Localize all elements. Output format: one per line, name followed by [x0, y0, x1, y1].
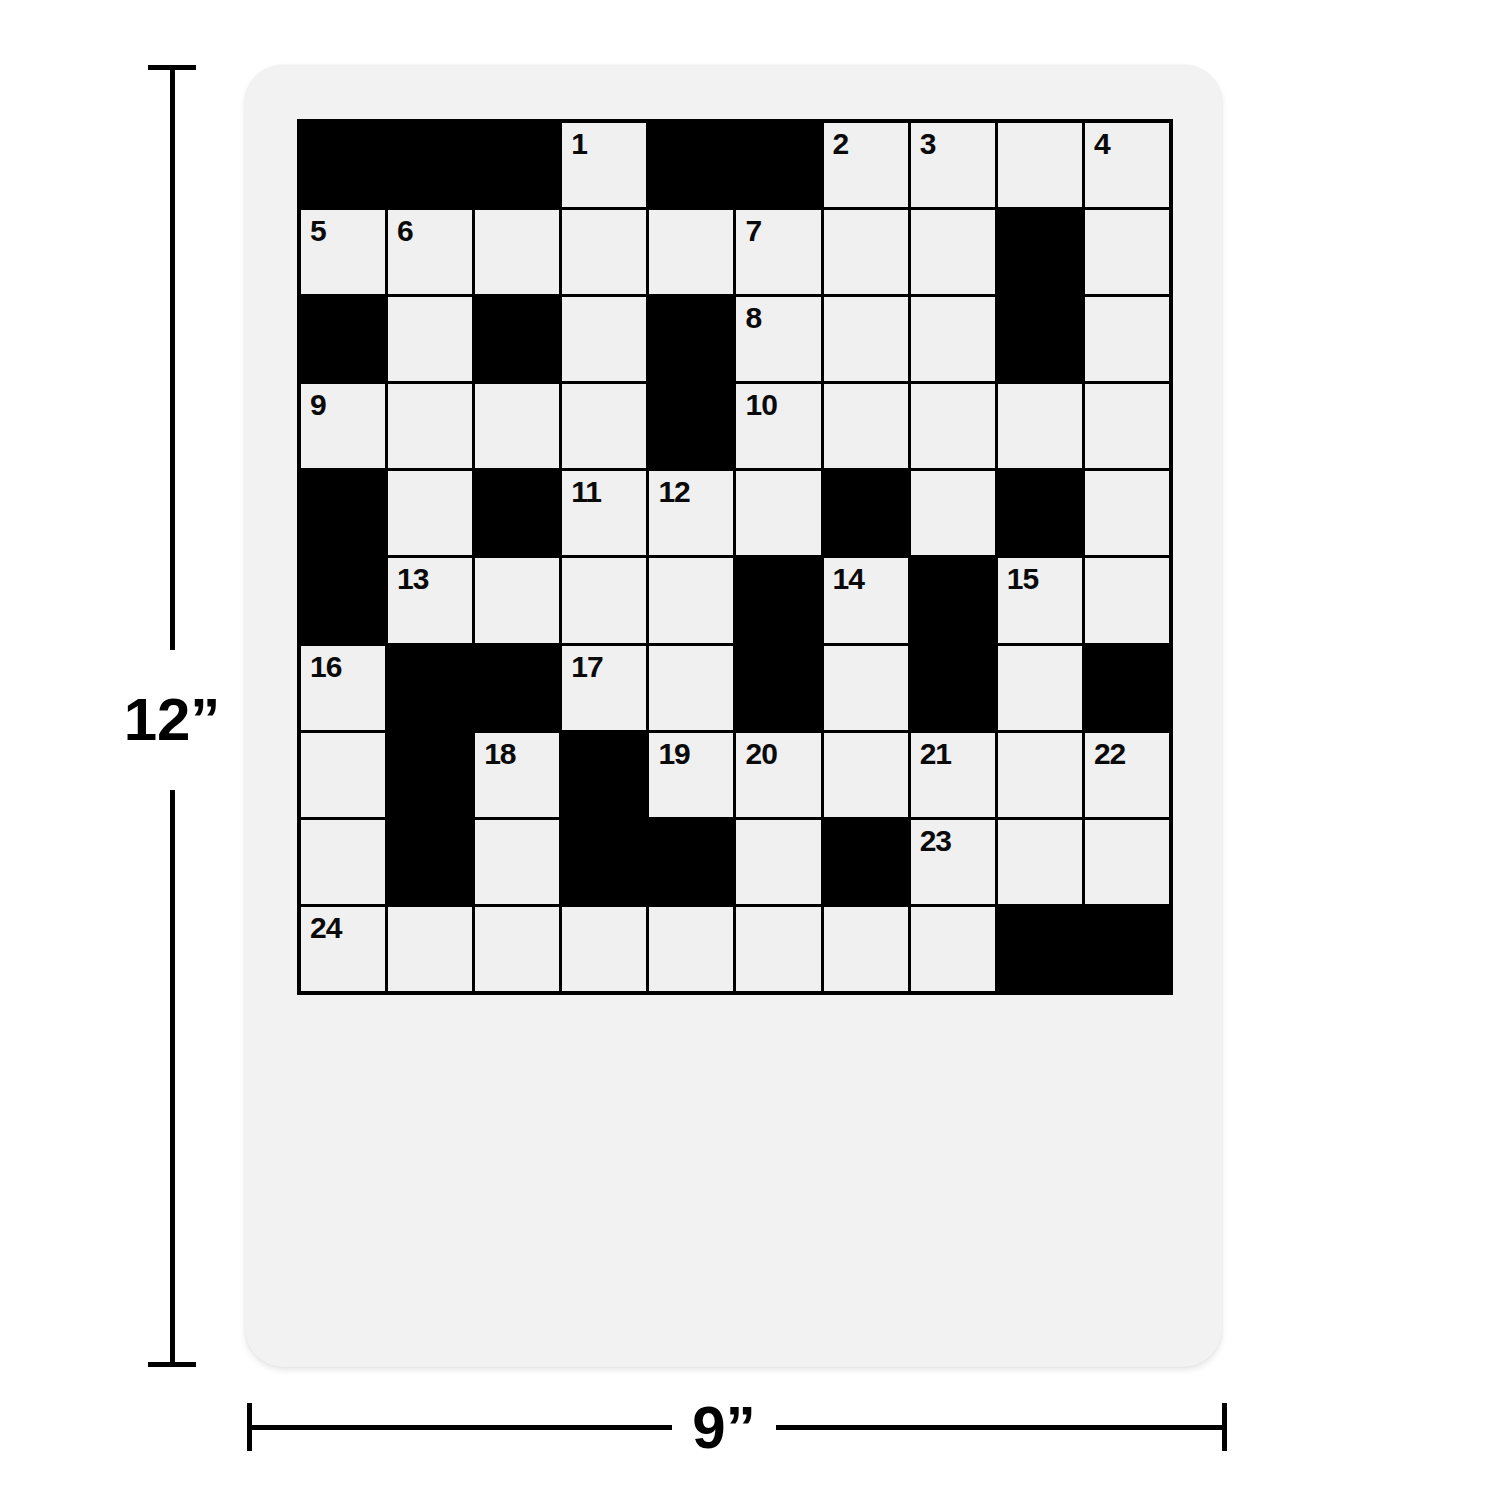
- open-cell-r6c9[interactable]: 15: [998, 558, 1082, 642]
- height-dimension-line-lower: [170, 790, 175, 1362]
- open-cell-r3c7[interactable]: [824, 297, 908, 381]
- block-cell-r10c9: [998, 907, 1082, 991]
- open-cell-r2c10[interactable]: [1085, 210, 1169, 294]
- clue-number-24: 24: [310, 913, 341, 943]
- open-cell-r10c4[interactable]: [562, 907, 646, 991]
- clue-number-8: 8: [745, 303, 761, 333]
- clue-number-1: 1: [571, 129, 587, 159]
- open-cell-r6c2[interactable]: 13: [388, 558, 472, 642]
- open-cell-r2c6[interactable]: 7: [736, 210, 820, 294]
- open-cell-r4c2[interactable]: [388, 384, 472, 468]
- open-cell-r2c4[interactable]: [562, 210, 646, 294]
- block-cell-r7c8: [911, 646, 995, 730]
- clue-number-23: 23: [920, 826, 951, 856]
- clue-number-21: 21: [920, 739, 951, 769]
- block-cell-r5c1: [301, 471, 385, 555]
- block-cell-r3c9: [998, 297, 1082, 381]
- width-dimension-line-left: [252, 1425, 672, 1430]
- block-cell-r6c8: [911, 558, 995, 642]
- block-cell-r6c6: [736, 558, 820, 642]
- clue-number-17: 17: [571, 652, 602, 682]
- height-dimension-bottom-cap: [148, 1362, 196, 1367]
- open-cell-r10c3[interactable]: [475, 907, 559, 991]
- block-cell-r7c3: [475, 646, 559, 730]
- height-dimension-label: 12”: [124, 650, 221, 790]
- clue-number-16: 16: [310, 652, 341, 682]
- open-cell-r10c2[interactable]: [388, 907, 472, 991]
- open-cell-r8c1[interactable]: [301, 733, 385, 817]
- open-cell-r3c2[interactable]: [388, 297, 472, 381]
- open-cell-r1c10[interactable]: 4: [1085, 123, 1169, 207]
- clue-number-18: 18: [484, 739, 515, 769]
- block-cell-r10c10: [1085, 907, 1169, 991]
- open-cell-r3c10[interactable]: [1085, 297, 1169, 381]
- open-cell-r1c9[interactable]: [998, 123, 1082, 207]
- open-cell-r6c5[interactable]: [649, 558, 733, 642]
- open-cell-r4c3[interactable]: [475, 384, 559, 468]
- open-cell-r8c10[interactable]: 22: [1085, 733, 1169, 817]
- block-cell-r1c5: [649, 123, 733, 207]
- open-cell-r4c7[interactable]: [824, 384, 908, 468]
- open-cell-r6c7[interactable]: 14: [824, 558, 908, 642]
- block-cell-r7c6: [736, 646, 820, 730]
- clue-number-12: 12: [658, 477, 689, 507]
- open-cell-r2c2[interactable]: 6: [388, 210, 472, 294]
- block-cell-r9c5: [649, 820, 733, 904]
- crossword-board-card: 123456789101112131415161718192021222324: [245, 65, 1222, 1367]
- block-cell-r8c4: [562, 733, 646, 817]
- open-cell-r4c6[interactable]: 10: [736, 384, 820, 468]
- open-cell-r4c1[interactable]: 9: [301, 384, 385, 468]
- open-cell-r9c8[interactable]: 23: [911, 820, 995, 904]
- open-cell-r2c8[interactable]: [911, 210, 995, 294]
- block-cell-r1c6: [736, 123, 820, 207]
- block-cell-r4c5: [649, 384, 733, 468]
- clue-number-11: 11: [571, 477, 601, 507]
- width-dimension-right-cap: [1222, 1403, 1227, 1451]
- open-cell-r9c10[interactable]: [1085, 820, 1169, 904]
- product-image: 123456789101112131415161718192021222324 …: [0, 0, 1500, 1500]
- open-cell-r9c6[interactable]: [736, 820, 820, 904]
- open-cell-r6c3[interactable]: [475, 558, 559, 642]
- block-cell-r9c7: [824, 820, 908, 904]
- block-cell-r3c3: [475, 297, 559, 381]
- open-cell-r3c6[interactable]: 8: [736, 297, 820, 381]
- block-cell-r1c2: [388, 123, 472, 207]
- open-cell-r5c6[interactable]: [736, 471, 820, 555]
- block-cell-r8c2: [388, 733, 472, 817]
- height-dimension: 12”: [147, 65, 197, 1367]
- clue-number-9: 9: [310, 390, 326, 420]
- block-cell-r2c9: [998, 210, 1082, 294]
- open-cell-r7c4[interactable]: 17: [562, 646, 646, 730]
- open-cell-r5c4[interactable]: 11: [562, 471, 646, 555]
- block-cell-r1c3: [475, 123, 559, 207]
- clue-number-13: 13: [397, 564, 428, 594]
- open-cell-r10c1[interactable]: 24: [301, 907, 385, 991]
- open-cell-r4c4[interactable]: [562, 384, 646, 468]
- open-cell-r2c1[interactable]: 5: [301, 210, 385, 294]
- clue-number-7: 7: [745, 216, 761, 246]
- block-cell-r5c3: [475, 471, 559, 555]
- open-cell-r9c1[interactable]: [301, 820, 385, 904]
- open-cell-r8c3[interactable]: 18: [475, 733, 559, 817]
- open-cell-r10c8[interactable]: [911, 907, 995, 991]
- height-dimension-line-upper: [170, 70, 175, 650]
- open-cell-r8c5[interactable]: 19: [649, 733, 733, 817]
- block-cell-r1c1: [301, 123, 385, 207]
- open-cell-r3c4[interactable]: [562, 297, 646, 381]
- block-cell-r5c7: [824, 471, 908, 555]
- clue-number-3: 3: [920, 129, 936, 159]
- open-cell-r1c7[interactable]: 2: [824, 123, 908, 207]
- open-cell-r2c7[interactable]: [824, 210, 908, 294]
- open-cell-r2c3[interactable]: [475, 210, 559, 294]
- clue-number-14: 14: [833, 564, 864, 594]
- open-cell-r7c9[interactable]: [998, 646, 1082, 730]
- open-cell-r7c5[interactable]: [649, 646, 733, 730]
- clue-number-15: 15: [1007, 564, 1038, 594]
- open-cell-r5c5[interactable]: 12: [649, 471, 733, 555]
- open-cell-r3c8[interactable]: [911, 297, 995, 381]
- clue-number-19: 19: [658, 739, 689, 769]
- block-cell-r5c9: [998, 471, 1082, 555]
- block-cell-r7c2: [388, 646, 472, 730]
- open-cell-r8c6[interactable]: 20: [736, 733, 820, 817]
- clue-number-22: 22: [1094, 739, 1125, 769]
- open-cell-r9c3[interactable]: [475, 820, 559, 904]
- open-cell-r1c4[interactable]: 1: [562, 123, 646, 207]
- open-cell-r6c4[interactable]: [562, 558, 646, 642]
- open-cell-r8c8[interactable]: 21: [911, 733, 995, 817]
- clue-number-2: 2: [833, 129, 849, 159]
- block-cell-r7c10: [1085, 646, 1169, 730]
- clue-number-5: 5: [310, 216, 326, 246]
- open-cell-r9c9[interactable]: [998, 820, 1082, 904]
- open-cell-r5c8[interactable]: [911, 471, 995, 555]
- open-cell-r10c6[interactable]: [736, 907, 820, 991]
- clue-number-4: 4: [1094, 129, 1110, 159]
- open-cell-r2c5[interactable]: [649, 210, 733, 294]
- width-dimension-label: 9”: [672, 1393, 776, 1462]
- clue-number-6: 6: [397, 216, 413, 246]
- open-cell-r7c7[interactable]: [824, 646, 908, 730]
- open-cell-r4c8[interactable]: [911, 384, 995, 468]
- crossword-grid: 123456789101112131415161718192021222324: [297, 119, 1173, 995]
- width-dimension: 9”: [247, 1403, 1227, 1451]
- open-cell-r8c9[interactable]: [998, 733, 1082, 817]
- block-cell-r9c2: [388, 820, 472, 904]
- open-cell-r4c10[interactable]: [1085, 384, 1169, 468]
- open-cell-r4c9[interactable]: [998, 384, 1082, 468]
- block-cell-r3c1: [301, 297, 385, 381]
- clue-number-20: 20: [745, 739, 776, 769]
- open-cell-r6c10[interactable]: [1085, 558, 1169, 642]
- open-cell-r5c2[interactable]: [388, 471, 472, 555]
- block-cell-r3c5: [649, 297, 733, 381]
- open-cell-r10c5[interactable]: [649, 907, 733, 991]
- open-cell-r8c7[interactable]: [824, 733, 908, 817]
- open-cell-r7c1[interactable]: 16: [301, 646, 385, 730]
- block-cell-r6c1: [301, 558, 385, 642]
- open-cell-r10c7[interactable]: [824, 907, 908, 991]
- open-cell-r5c10[interactable]: [1085, 471, 1169, 555]
- clue-number-10: 10: [745, 390, 776, 420]
- block-cell-r9c4: [562, 820, 646, 904]
- width-dimension-line-right: [776, 1425, 1222, 1430]
- open-cell-r1c8[interactable]: 3: [911, 123, 995, 207]
